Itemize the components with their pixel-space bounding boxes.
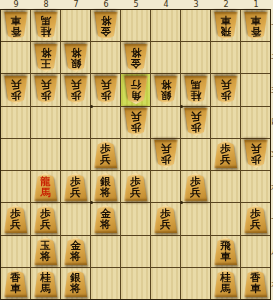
piece-kanji: 王 [40,58,51,69]
piece-kanji: 香 [10,272,21,283]
shogi-app: 987654321 香車桂馬金将飛車香車王将銀将金将歩兵歩兵歩兵歩兵角行銀将桂馬… [0,0,273,300]
square-6d[interactable] [91,107,120,138]
square-9d[interactable] [1,107,30,138]
piece-face: 歩兵 [184,108,208,136]
file-coordinate-strip: 987654321 [1,0,271,9]
piece-kanji: 金 [100,26,111,37]
square-8e[interactable] [31,139,60,170]
square-5c[interactable]: 角行 [121,74,150,105]
piece-kanji: 馬 [40,187,51,198]
piece-face: 金将 [94,205,118,233]
piece-kanji: 車 [220,15,231,26]
piece-kanji: 兵 [190,111,201,122]
square-1g[interactable]: 歩兵 [241,203,270,234]
piece-face: 飛車 [214,237,238,265]
piece-pawn-gote[interactable]: 歩兵 [124,108,148,136]
piece-kanji: 車 [10,283,21,294]
square-5f[interactable]: 歩兵 [121,171,150,202]
piece-pawn-sente[interactable]: 歩兵 [124,173,148,201]
square-3i[interactable] [181,268,210,299]
square-1c[interactable] [241,74,270,105]
piece-face: 龍馬 [34,173,58,201]
square-1f[interactable] [241,171,270,202]
piece-face: 銀将 [64,44,88,72]
piece-kanji: 兵 [190,187,201,198]
square-1i[interactable]: 香車 [241,268,270,299]
piece-face: 歩兵 [124,173,148,201]
piece-face: 歩兵 [214,76,238,104]
square-3f[interactable]: 歩兵 [181,171,210,202]
square-4e[interactable]: 歩兵 [151,139,180,170]
square-9f[interactable] [1,171,30,202]
square-7f[interactable]: 歩兵 [61,171,90,202]
piece-kanji: 兵 [40,79,51,90]
piece-pawn-sente[interactable]: 歩兵 [214,140,238,168]
piece-face: 香車 [244,12,268,40]
piece-pawn-gote[interactable]: 歩兵 [244,140,268,168]
square-8i[interactable]: 桂馬 [31,268,60,299]
piece-silver-sente[interactable]: 銀将 [64,269,88,297]
square-7c[interactable]: 歩兵 [61,74,90,105]
rank-label-1: 一 [271,9,273,41]
square-5h[interactable] [121,236,150,267]
piece-kanji: 歩 [250,154,261,165]
piece-face: 歩兵 [244,205,268,233]
piece-kanji: 兵 [160,219,171,230]
piece-kanji: 将 [160,79,171,90]
piece-lance-sente[interactable]: 香車 [244,269,268,297]
piece-king-gote[interactable]: 王将 [34,44,58,72]
rank-label-6: 六 [271,171,273,203]
piece-kanji: 玉 [40,240,51,251]
piece-kanji: 香 [250,26,261,37]
piece-kanji: 馬 [40,15,51,26]
square-4i[interactable] [151,268,180,299]
piece-face: 歩兵 [64,76,88,104]
piece-pawn-sente[interactable]: 歩兵 [34,205,58,233]
piece-kanji: 歩 [130,122,141,133]
piece-horse-sente[interactable]: 龍馬 [34,173,58,201]
piece-face: 桂馬 [184,76,208,104]
piece-kanji: 兵 [130,187,141,198]
rank-label-8: 八 [271,235,273,267]
piece-kanji: 銀 [160,90,171,101]
piece-face: 歩兵 [64,173,88,201]
piece-kanji: 将 [100,219,111,230]
piece-kanji: 兵 [40,219,51,230]
square-7i[interactable]: 銀将 [61,268,90,299]
piece-face: 桂馬 [34,12,58,40]
piece-pawn-gote[interactable]: 歩兵 [94,76,118,104]
piece-kanji: 銀 [70,272,81,283]
piece-kanji: 歩 [220,90,231,101]
piece-face: 桂馬 [214,269,238,297]
board-grid: 香車桂馬金将飛車香車王将銀将金将歩兵歩兵歩兵歩兵角行銀将桂馬歩兵歩兵歩兵歩兵歩兵… [1,10,270,299]
piece-face: 歩兵 [94,140,118,168]
rank-label-5: 五 [271,138,273,170]
piece-face: 桂馬 [34,269,58,297]
piece-kanji: 龍 [40,176,51,187]
piece-kanji: 歩 [190,176,201,187]
piece-face: 金将 [124,44,148,72]
square-3d[interactable]: 歩兵 [181,107,210,138]
piece-face: 歩兵 [4,205,28,233]
square-4g[interactable]: 歩兵 [151,203,180,234]
piece-face: 玉将 [34,237,58,265]
piece-gold-gote[interactable]: 金将 [124,44,148,72]
piece-kanji: 車 [220,251,231,262]
piece-kanji: 車 [10,15,21,26]
piece-kanji: 桂 [40,26,51,37]
piece-kanji: 歩 [100,143,111,154]
piece-kanji: 馬 [40,283,51,294]
square-4c[interactable]: 銀将 [151,74,180,105]
square-4a[interactable] [151,10,180,41]
piece-kanji: 将 [100,187,111,198]
piece-kanji: 将 [130,47,141,58]
piece-face: 歩兵 [94,76,118,104]
piece-face: 歩兵 [34,205,58,233]
square-3h[interactable] [181,236,210,267]
piece-kanji: 兵 [220,79,231,90]
piece-kanji: 将 [70,251,81,262]
square-1e[interactable]: 歩兵 [241,139,270,170]
piece-face: 金将 [94,12,118,40]
piece-face: 歩兵 [154,205,178,233]
square-9i[interactable]: 香車 [1,268,30,299]
square-9g[interactable]: 歩兵 [1,203,30,234]
square-1a[interactable]: 香車 [241,10,270,41]
piece-kanji: 歩 [40,208,51,219]
piece-kanji: 香 [250,272,261,283]
piece-silver-gote[interactable]: 銀将 [154,76,178,104]
square-8f[interactable]: 龍馬 [31,171,60,202]
piece-face: 飛車 [214,12,238,40]
square-6g[interactable]: 金将 [91,203,120,234]
square-9e[interactable] [1,139,30,170]
square-2f[interactable] [211,171,240,202]
square-5i[interactable] [121,268,150,299]
square-9c[interactable]: 歩兵 [1,74,30,105]
square-2e[interactable]: 歩兵 [211,139,240,170]
piece-face: 香車 [4,12,28,40]
piece-kanji: 兵 [250,219,261,230]
piece-pawn-gote[interactable]: 歩兵 [154,140,178,168]
piece-kanji: 歩 [70,90,81,101]
square-1d[interactable] [241,107,270,138]
piece-lance-sente[interactable]: 香車 [4,269,28,297]
piece-kanji: 飛 [220,240,231,251]
square-7e[interactable] [61,139,90,170]
square-8d[interactable] [31,107,60,138]
square-6a[interactable]: 金将 [91,10,120,41]
rank-label-3: 三 [271,74,273,106]
piece-knight-gote[interactable]: 桂馬 [184,76,208,104]
square-7h[interactable]: 金将 [61,236,90,267]
square-8h[interactable]: 玉将 [31,236,60,267]
piece-kanji: 将 [40,47,51,58]
piece-kanji: 歩 [40,90,51,101]
square-2g[interactable] [211,203,240,234]
piece-kanji: 歩 [10,90,21,101]
piece-kanji: 歩 [250,208,261,219]
piece-kanji: 兵 [160,143,171,154]
square-7d[interactable] [61,107,90,138]
square-6e[interactable]: 歩兵 [91,139,120,170]
piece-knight-sente[interactable]: 桂馬 [214,269,238,297]
piece-kanji: 歩 [190,122,201,133]
square-2a[interactable]: 飛車 [211,10,240,41]
piece-pawn-gote[interactable]: 歩兵 [214,76,238,104]
piece-kanji: 歩 [160,154,171,165]
square-2c[interactable]: 歩兵 [211,74,240,105]
square-6h[interactable] [91,236,120,267]
piece-kanji: 歩 [130,176,141,187]
piece-kanji: 将 [40,251,51,262]
piece-face: 歩兵 [124,108,148,136]
square-4f[interactable] [151,171,180,202]
piece-king-sente[interactable]: 玉将 [34,237,58,265]
piece-kanji: 兵 [10,219,21,230]
square-5e[interactable] [121,139,150,170]
square-5g[interactable] [121,203,150,234]
piece-face: 銀将 [154,76,178,104]
piece-kanji: 桂 [40,272,51,283]
square-3a[interactable] [181,10,210,41]
piece-face: 歩兵 [214,140,238,168]
piece-rook-sente[interactable]: 飛車 [214,237,238,265]
square-6i[interactable] [91,268,120,299]
piece-face: 香車 [4,269,28,297]
piece-face: 歩兵 [4,76,28,104]
piece-kanji: 桂 [190,90,201,101]
piece-kanji: 兵 [100,79,111,90]
piece-face: 歩兵 [154,140,178,168]
piece-kanji: 歩 [10,208,21,219]
piece-kanji: 兵 [70,79,81,90]
square-3c[interactable]: 桂馬 [181,74,210,105]
square-5d[interactable]: 歩兵 [121,107,150,138]
piece-face: 王将 [34,44,58,72]
piece-kanji: 兵 [100,154,111,165]
square-6c[interactable]: 歩兵 [91,74,120,105]
piece-face: 銀将 [64,269,88,297]
piece-kanji: 兵 [10,79,21,90]
piece-gold-gote[interactable]: 金将 [94,12,118,40]
square-9h[interactable] [1,236,30,267]
piece-gold-sente[interactable]: 金将 [94,205,118,233]
piece-kanji: 歩 [70,176,81,187]
rank-label-9: 九 [271,268,273,300]
shogi-board: 香車桂馬金将飛車香車王将銀将金将歩兵歩兵歩兵歩兵角行銀将桂馬歩兵歩兵歩兵歩兵歩兵… [0,9,271,300]
piece-kanji: 兵 [250,143,261,154]
square-7b[interactable]: 銀将 [61,42,90,73]
square-1h[interactable] [241,236,270,267]
piece-silver-sente[interactable]: 銀将 [94,173,118,201]
piece-kanji: 将 [70,283,81,294]
square-2i[interactable]: 桂馬 [211,268,240,299]
square-7a[interactable] [61,10,90,41]
piece-pawn-sente[interactable]: 歩兵 [64,173,88,201]
square-4d[interactable] [151,107,180,138]
piece-bishop-gote[interactable]: 角行 [124,76,148,104]
piece-kanji: 車 [250,15,261,26]
square-5a[interactable] [121,10,150,41]
piece-pawn-sente[interactable]: 歩兵 [184,173,208,201]
piece-kanji: 馬 [220,283,231,294]
rank-label-4: 四 [271,106,273,138]
square-2b[interactable] [211,42,240,73]
piece-kanji: 金 [130,58,141,69]
square-5b[interactable]: 金将 [121,42,150,73]
piece-kanji: 飛 [220,26,231,37]
piece-kanji: 行 [130,79,141,90]
piece-face: 歩兵 [34,76,58,104]
square-4h[interactable] [151,236,180,267]
piece-kanji: 将 [70,47,81,58]
piece-gold-sente[interactable]: 金将 [64,237,88,265]
piece-kanji: 香 [10,26,21,37]
square-2d[interactable] [211,107,240,138]
square-7g[interactable] [61,203,90,234]
piece-pawn-sente[interactable]: 歩兵 [154,205,178,233]
square-3g[interactable] [181,203,210,234]
piece-rook-gote[interactable]: 飛車 [214,12,238,40]
piece-kanji: 兵 [220,154,231,165]
piece-silver-gote[interactable]: 銀将 [64,44,88,72]
square-1b[interactable] [241,42,270,73]
piece-knight-sente[interactable]: 桂馬 [34,269,58,297]
piece-face: 銀将 [94,173,118,201]
piece-kanji: 銀 [70,58,81,69]
piece-pawn-gote[interactable]: 歩兵 [184,108,208,136]
piece-lance-gote[interactable]: 香車 [244,12,268,40]
piece-pawn-gote[interactable]: 歩兵 [34,76,58,104]
piece-kanji: 将 [100,15,111,26]
piece-pawn-sente[interactable]: 歩兵 [244,205,268,233]
square-8a[interactable]: 桂馬 [31,10,60,41]
square-8b[interactable]: 王将 [31,42,60,73]
square-9b[interactable] [1,42,30,73]
rank-coordinate-strip: 一二三四五六七八九 [271,9,273,300]
piece-face: 歩兵 [244,140,268,168]
piece-kanji: 歩 [100,90,111,101]
piece-face: 金将 [64,237,88,265]
square-2h[interactable]: 飛車 [211,236,240,267]
rank-label-2: 二 [271,41,273,73]
square-4b[interactable] [151,42,180,73]
piece-kanji: 車 [250,283,261,294]
square-6f[interactable]: 銀将 [91,171,120,202]
piece-pawn-gote[interactable]: 歩兵 [64,76,88,104]
square-3e[interactable] [181,139,210,170]
piece-kanji: 金 [100,208,111,219]
piece-kanji: 兵 [70,187,81,198]
square-3b[interactable] [181,42,210,73]
piece-kanji: 金 [70,240,81,251]
piece-kanji: 兵 [130,111,141,122]
piece-kanji: 馬 [190,79,201,90]
square-8c[interactable]: 歩兵 [31,74,60,105]
piece-kanji: 歩 [220,143,231,154]
piece-kanji: 銀 [100,176,111,187]
piece-pawn-sente[interactable]: 歩兵 [4,205,28,233]
square-9a[interactable]: 香車 [1,10,30,41]
rank-label-7: 七 [271,203,273,235]
piece-face: 歩兵 [184,173,208,201]
piece-kanji: 角 [130,90,141,101]
piece-knight-gote[interactable]: 桂馬 [34,12,58,40]
piece-pawn-gote[interactable]: 歩兵 [4,76,28,104]
square-6b[interactable] [91,42,120,73]
piece-pawn-sente[interactable]: 歩兵 [94,140,118,168]
piece-kanji: 桂 [220,272,231,283]
piece-lance-gote[interactable]: 香車 [4,12,28,40]
piece-face: 香車 [244,269,268,297]
piece-kanji: 歩 [160,208,171,219]
square-8g[interactable]: 歩兵 [31,203,60,234]
piece-face: 角行 [124,76,148,104]
